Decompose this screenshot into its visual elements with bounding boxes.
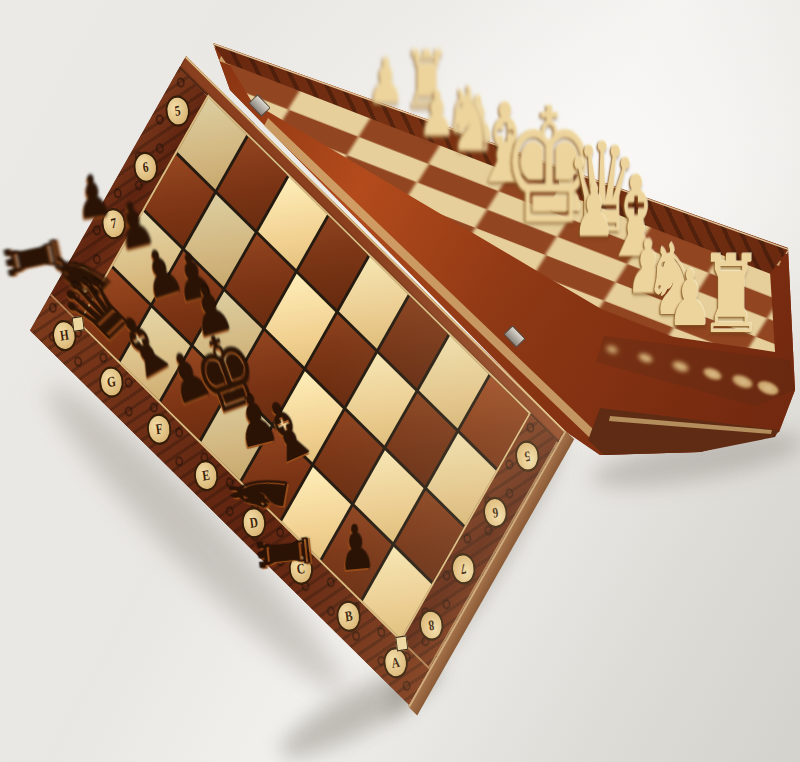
label-disc: 6	[481, 495, 509, 530]
label-disc: 5	[164, 93, 192, 128]
label-disc: 5	[513, 438, 541, 473]
inlay-diamond-bottom-right	[395, 635, 408, 651]
label-disc: F	[145, 411, 173, 446]
label-disc: 7	[449, 551, 477, 586]
label-disc: 8	[417, 607, 445, 642]
piece-white-rook-a1[interactable]: ♜	[699, 241, 763, 349]
piece-white-pawn-h2[interactable]: ♟	[367, 50, 404, 113]
label-disc: 6	[132, 150, 160, 185]
label-disc: B	[334, 598, 362, 633]
piece-black-rook-a8[interactable]: ♜	[249, 529, 322, 577]
label-disc: A	[382, 645, 410, 680]
chess-set-photo: 5678 5678 HGFEDCBA ♟♜♟♞♟♝♟♚♟♛♟♝♟♞♟♜♜♟♟♞♛…	[0, 0, 800, 762]
piece-black-pawn-a7[interactable]: ♟	[335, 516, 376, 580]
label-disc: G	[98, 365, 126, 400]
